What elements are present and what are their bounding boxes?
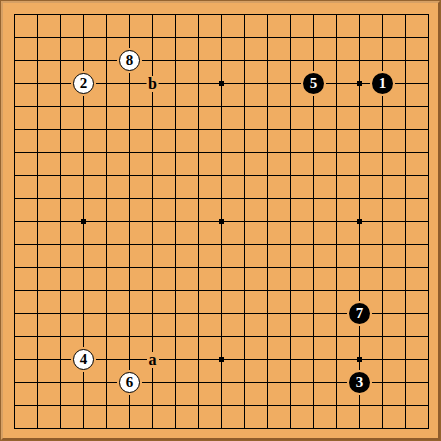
intersection	[26, 302, 49, 325]
intersection	[49, 26, 72, 49]
intersection	[95, 26, 118, 49]
intersection	[394, 302, 417, 325]
intersection	[394, 233, 417, 256]
intersection	[302, 118, 325, 141]
intersection	[3, 325, 26, 348]
intersection	[95, 279, 118, 302]
intersection	[302, 26, 325, 49]
intersection	[26, 348, 49, 371]
intersection	[279, 3, 302, 26]
intersection	[348, 3, 371, 26]
intersection	[3, 187, 26, 210]
intersection	[49, 348, 72, 371]
intersection	[49, 49, 72, 72]
intersection	[95, 256, 118, 279]
intersection	[49, 118, 72, 141]
intersection	[417, 233, 440, 256]
intersection	[348, 26, 371, 49]
intersection	[3, 95, 26, 118]
intersection	[233, 26, 256, 49]
intersection	[394, 3, 417, 26]
intersection	[95, 95, 118, 118]
intersection	[3, 417, 26, 440]
intersection	[279, 325, 302, 348]
intersection	[417, 118, 440, 141]
intersection	[210, 348, 233, 371]
intersection	[187, 348, 210, 371]
intersection	[256, 72, 279, 95]
intersection	[279, 394, 302, 417]
intersection	[302, 3, 325, 26]
intersection	[256, 26, 279, 49]
intersection	[141, 187, 164, 210]
intersection	[279, 417, 302, 440]
intersection	[302, 256, 325, 279]
intersection	[394, 72, 417, 95]
intersection	[302, 141, 325, 164]
intersection	[256, 325, 279, 348]
intersection	[210, 394, 233, 417]
intersection	[187, 394, 210, 417]
intersection	[233, 72, 256, 95]
intersection	[233, 164, 256, 187]
intersection	[118, 26, 141, 49]
intersection	[26, 371, 49, 394]
intersection	[187, 417, 210, 440]
intersection	[26, 210, 49, 233]
intersection	[118, 210, 141, 233]
intersection	[417, 302, 440, 325]
intersection	[49, 279, 72, 302]
intersection	[302, 210, 325, 233]
intersection	[141, 302, 164, 325]
intersection	[256, 302, 279, 325]
intersection	[49, 325, 72, 348]
intersection	[95, 210, 118, 233]
intersection	[302, 325, 325, 348]
intersection	[187, 164, 210, 187]
intersection	[95, 49, 118, 72]
intersection	[210, 3, 233, 26]
intersection: b	[141, 72, 164, 95]
intersection	[118, 72, 141, 95]
intersection	[394, 210, 417, 233]
intersection	[72, 371, 95, 394]
intersection	[95, 394, 118, 417]
intersection	[417, 26, 440, 49]
stone-black-1: 1	[372, 73, 393, 94]
intersection	[325, 164, 348, 187]
intersection	[26, 72, 49, 95]
intersection	[95, 348, 118, 371]
intersection	[3, 256, 26, 279]
intersection	[325, 325, 348, 348]
intersection	[302, 394, 325, 417]
intersection	[210, 95, 233, 118]
intersection	[3, 3, 26, 26]
intersection	[348, 256, 371, 279]
intersection	[72, 95, 95, 118]
intersection	[72, 394, 95, 417]
intersection	[417, 95, 440, 118]
intersection	[256, 95, 279, 118]
intersection	[371, 164, 394, 187]
intersection	[187, 49, 210, 72]
intersection: 4	[72, 348, 95, 371]
intersection	[279, 302, 302, 325]
intersection	[233, 256, 256, 279]
intersection	[233, 118, 256, 141]
intersection	[348, 325, 371, 348]
intersection	[26, 164, 49, 187]
intersection	[26, 417, 49, 440]
intersection: 3	[348, 371, 371, 394]
go-board-grid: 82b5174a63	[3, 3, 440, 440]
intersection	[371, 279, 394, 302]
intersection	[187, 279, 210, 302]
intersection	[302, 302, 325, 325]
intersection	[348, 394, 371, 417]
intersection	[187, 325, 210, 348]
stone-white-6: 6	[119, 372, 140, 393]
intersection	[49, 233, 72, 256]
intersection	[210, 26, 233, 49]
intersection	[394, 371, 417, 394]
intersection	[118, 417, 141, 440]
intersection	[279, 164, 302, 187]
intersection	[210, 256, 233, 279]
intersection	[325, 72, 348, 95]
intersection	[348, 72, 371, 95]
intersection	[371, 26, 394, 49]
intersection	[49, 371, 72, 394]
intersection	[302, 187, 325, 210]
intersection	[95, 164, 118, 187]
intersection	[3, 164, 26, 187]
intersection	[302, 233, 325, 256]
intersection	[394, 417, 417, 440]
intersection: 7	[348, 302, 371, 325]
intersection	[3, 118, 26, 141]
intersection	[187, 256, 210, 279]
intersection	[72, 49, 95, 72]
intersection	[256, 49, 279, 72]
intersection	[210, 210, 233, 233]
intersection	[187, 72, 210, 95]
intersection	[72, 26, 95, 49]
intersection	[141, 141, 164, 164]
intersection	[233, 371, 256, 394]
intersection	[118, 95, 141, 118]
intersection	[141, 256, 164, 279]
intersection	[3, 141, 26, 164]
intersection	[95, 141, 118, 164]
go-board: 82b5174a63	[0, 0, 441, 441]
intersection	[72, 118, 95, 141]
point-label-a: a	[147, 352, 159, 368]
intersection: 6	[118, 371, 141, 394]
intersection	[233, 233, 256, 256]
intersection	[72, 210, 95, 233]
intersection	[371, 256, 394, 279]
intersection	[72, 141, 95, 164]
intersection	[348, 95, 371, 118]
intersection	[164, 141, 187, 164]
intersection	[141, 210, 164, 233]
intersection	[348, 141, 371, 164]
intersection	[256, 279, 279, 302]
stone-black-3: 3	[349, 372, 370, 393]
intersection	[26, 233, 49, 256]
intersection	[187, 141, 210, 164]
intersection	[371, 417, 394, 440]
intersection	[3, 233, 26, 256]
intersection	[210, 187, 233, 210]
intersection	[233, 279, 256, 302]
intersection	[164, 210, 187, 233]
intersection	[233, 210, 256, 233]
intersection	[325, 279, 348, 302]
intersection	[164, 233, 187, 256]
intersection	[3, 72, 26, 95]
intersection	[233, 348, 256, 371]
intersection	[118, 187, 141, 210]
intersection	[279, 371, 302, 394]
intersection	[49, 164, 72, 187]
intersection	[279, 141, 302, 164]
intersection	[210, 49, 233, 72]
intersection	[49, 95, 72, 118]
intersection: 2	[72, 72, 95, 95]
intersection	[187, 26, 210, 49]
intersection	[256, 3, 279, 26]
intersection	[325, 210, 348, 233]
intersection	[141, 325, 164, 348]
intersection	[256, 417, 279, 440]
intersection	[164, 187, 187, 210]
intersection	[348, 210, 371, 233]
intersection	[302, 371, 325, 394]
intersection	[164, 325, 187, 348]
intersection	[49, 394, 72, 417]
intersection	[187, 118, 210, 141]
intersection	[233, 302, 256, 325]
intersection	[302, 95, 325, 118]
intersection	[164, 348, 187, 371]
intersection	[210, 325, 233, 348]
intersection	[118, 118, 141, 141]
intersection	[279, 210, 302, 233]
intersection	[72, 256, 95, 279]
intersection	[26, 325, 49, 348]
intersection	[417, 256, 440, 279]
intersection	[141, 371, 164, 394]
intersection	[95, 3, 118, 26]
intersection	[26, 394, 49, 417]
intersection	[164, 95, 187, 118]
intersection	[72, 325, 95, 348]
intersection	[279, 279, 302, 302]
intersection	[187, 3, 210, 26]
intersection	[348, 118, 371, 141]
intersection	[394, 95, 417, 118]
intersection	[141, 49, 164, 72]
intersection	[417, 164, 440, 187]
intersection	[417, 394, 440, 417]
intersection	[118, 164, 141, 187]
intersection	[3, 279, 26, 302]
intersection	[164, 256, 187, 279]
intersection	[279, 118, 302, 141]
intersection	[164, 3, 187, 26]
intersection	[325, 233, 348, 256]
intersection	[371, 233, 394, 256]
intersection	[141, 95, 164, 118]
intersection	[325, 141, 348, 164]
intersection: a	[141, 348, 164, 371]
intersection	[371, 302, 394, 325]
intersection	[210, 164, 233, 187]
intersection	[256, 371, 279, 394]
intersection: 8	[118, 49, 141, 72]
intersection	[348, 187, 371, 210]
intersection	[141, 417, 164, 440]
intersection	[302, 348, 325, 371]
intersection	[417, 72, 440, 95]
intersection	[164, 72, 187, 95]
intersection	[95, 302, 118, 325]
intersection	[3, 348, 26, 371]
intersection	[325, 95, 348, 118]
intersection	[26, 256, 49, 279]
intersection	[72, 187, 95, 210]
intersection	[3, 394, 26, 417]
intersection	[371, 141, 394, 164]
intersection	[417, 3, 440, 26]
intersection	[95, 325, 118, 348]
intersection	[3, 49, 26, 72]
intersection	[210, 118, 233, 141]
intersection	[164, 26, 187, 49]
intersection	[210, 371, 233, 394]
intersection	[118, 279, 141, 302]
intersection	[325, 348, 348, 371]
intersection	[49, 210, 72, 233]
intersection	[256, 118, 279, 141]
intersection	[394, 118, 417, 141]
intersection	[302, 164, 325, 187]
intersection	[49, 302, 72, 325]
intersection	[233, 394, 256, 417]
intersection	[394, 187, 417, 210]
intersection	[302, 49, 325, 72]
intersection	[394, 325, 417, 348]
intersection	[26, 3, 49, 26]
intersection	[141, 279, 164, 302]
intersection	[279, 233, 302, 256]
intersection	[325, 302, 348, 325]
intersection	[348, 233, 371, 256]
intersection	[164, 371, 187, 394]
intersection	[348, 279, 371, 302]
intersection	[49, 417, 72, 440]
intersection	[26, 95, 49, 118]
intersection	[256, 141, 279, 164]
intersection	[417, 210, 440, 233]
intersection	[72, 164, 95, 187]
intersection	[394, 394, 417, 417]
intersection	[279, 72, 302, 95]
intersection	[233, 417, 256, 440]
intersection	[118, 325, 141, 348]
stone-white-8: 8	[119, 50, 140, 71]
intersection	[72, 3, 95, 26]
intersection	[233, 325, 256, 348]
intersection	[348, 49, 371, 72]
intersection	[118, 141, 141, 164]
intersection	[348, 417, 371, 440]
intersection	[3, 26, 26, 49]
intersection	[164, 394, 187, 417]
intersection	[26, 141, 49, 164]
intersection	[210, 302, 233, 325]
intersection	[141, 26, 164, 49]
intersection	[210, 72, 233, 95]
intersection	[371, 49, 394, 72]
intersection	[325, 187, 348, 210]
intersection	[164, 417, 187, 440]
intersection	[141, 3, 164, 26]
intersection	[187, 371, 210, 394]
intersection	[371, 348, 394, 371]
intersection	[325, 49, 348, 72]
intersection	[164, 118, 187, 141]
intersection	[279, 26, 302, 49]
intersection	[371, 371, 394, 394]
intersection	[394, 256, 417, 279]
intersection	[26, 187, 49, 210]
intersection	[72, 417, 95, 440]
intersection	[256, 164, 279, 187]
intersection	[394, 49, 417, 72]
intersection	[164, 49, 187, 72]
intersection	[164, 302, 187, 325]
stone-black-5: 5	[303, 73, 324, 94]
intersection	[417, 325, 440, 348]
intersection	[417, 49, 440, 72]
intersection	[141, 233, 164, 256]
intersection: 1	[371, 72, 394, 95]
intersection	[141, 118, 164, 141]
intersection	[26, 26, 49, 49]
intersection	[187, 233, 210, 256]
intersection	[279, 256, 302, 279]
intersection	[164, 164, 187, 187]
intersection	[210, 279, 233, 302]
intersection	[49, 256, 72, 279]
intersection	[3, 302, 26, 325]
intersection	[187, 302, 210, 325]
intersection	[417, 187, 440, 210]
intersection	[371, 325, 394, 348]
intersection	[141, 394, 164, 417]
intersection	[118, 394, 141, 417]
intersection	[49, 141, 72, 164]
intersection	[348, 164, 371, 187]
intersection	[164, 279, 187, 302]
intersection	[187, 187, 210, 210]
intersection	[210, 233, 233, 256]
